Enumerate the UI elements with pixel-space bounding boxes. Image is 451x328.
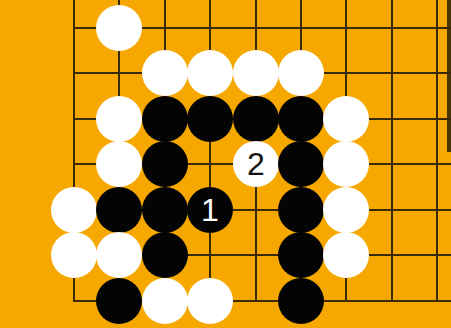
intersection-c2-r7[interactable] bbox=[96, 278, 142, 324]
intersection-c5-r5[interactable] bbox=[233, 187, 279, 233]
intersection-c8-r3[interactable] bbox=[369, 96, 415, 142]
intersection-c8-r5[interactable] bbox=[369, 187, 415, 233]
intersection-c3-r2[interactable] bbox=[142, 50, 188, 96]
black-stone bbox=[278, 232, 324, 278]
move-number-label: 2 bbox=[247, 148, 265, 180]
white-stone bbox=[323, 187, 369, 233]
black-stone bbox=[278, 278, 324, 324]
intersection-c5-r6[interactable] bbox=[233, 232, 279, 278]
intersection-c7-r1[interactable] bbox=[323, 5, 369, 51]
intersection-c8-r7[interactable] bbox=[369, 278, 415, 324]
intersection-c6-r5[interactable] bbox=[278, 187, 324, 233]
intersection-c9-r3[interactable] bbox=[414, 96, 451, 142]
intersection-c3-r5[interactable] bbox=[142, 187, 188, 233]
intersection-c7-r4[interactable] bbox=[323, 141, 369, 187]
intersection-c3-r3[interactable] bbox=[142, 96, 188, 142]
black-stone bbox=[142, 96, 188, 142]
intersection-c7-r6[interactable] bbox=[323, 232, 369, 278]
intersection-c6-r6[interactable] bbox=[278, 232, 324, 278]
intersection-c5-r7[interactable] bbox=[233, 278, 279, 324]
black-stone bbox=[278, 187, 324, 233]
intersection-c1-r7[interactable] bbox=[51, 278, 97, 324]
black-stone: 1 bbox=[187, 187, 233, 233]
intersection-c7-r3[interactable] bbox=[323, 96, 369, 142]
intersection-c2-r1[interactable] bbox=[96, 5, 142, 51]
intersection-c1-r2[interactable] bbox=[51, 50, 97, 96]
intersection-c8-r6[interactable] bbox=[369, 232, 415, 278]
intersection-c9-r1[interactable] bbox=[414, 5, 451, 51]
intersection-c3-r1[interactable] bbox=[142, 5, 188, 51]
white-stone bbox=[96, 141, 142, 187]
intersection-c2-r3[interactable] bbox=[96, 96, 142, 142]
white-stone bbox=[278, 50, 324, 96]
intersection-c8-r1[interactable] bbox=[369, 5, 415, 51]
intersection-c9-r5[interactable] bbox=[414, 187, 451, 233]
white-stone bbox=[96, 96, 142, 142]
intersection-c1-r6[interactable] bbox=[51, 232, 97, 278]
intersection-c2-r6[interactable] bbox=[96, 232, 142, 278]
intersection-c3-r6[interactable] bbox=[142, 232, 188, 278]
intersection-c2-r4[interactable] bbox=[96, 141, 142, 187]
white-stone bbox=[96, 232, 142, 278]
intersection-c4-r5[interactable]: 1 bbox=[187, 187, 233, 233]
intersection-c3-r4[interactable] bbox=[142, 141, 188, 187]
intersection-c4-r4[interactable] bbox=[187, 141, 233, 187]
intersection-c9-r7[interactable] bbox=[414, 278, 451, 324]
intersection-c1-r1[interactable] bbox=[51, 5, 97, 51]
black-stone bbox=[278, 96, 324, 142]
intersection-c6-r3[interactable] bbox=[278, 96, 324, 142]
intersection-c6-r1[interactable] bbox=[278, 5, 324, 51]
intersection-c4-r1[interactable] bbox=[187, 5, 233, 51]
white-stone bbox=[233, 50, 279, 96]
intersection-c4-r2[interactable] bbox=[187, 50, 233, 96]
intersection-c1-r4[interactable] bbox=[51, 141, 97, 187]
intersection-c2-r5[interactable] bbox=[96, 187, 142, 233]
black-stone bbox=[142, 187, 188, 233]
intersection-c5-r1[interactable] bbox=[233, 5, 279, 51]
intersection-c3-r7[interactable] bbox=[142, 278, 188, 324]
intersection-c7-r2[interactable] bbox=[323, 50, 369, 96]
white-stone bbox=[187, 50, 233, 96]
intersection-c5-r3[interactable] bbox=[233, 96, 279, 142]
black-stone bbox=[142, 141, 188, 187]
black-stone bbox=[96, 278, 142, 324]
go-board: 21 bbox=[0, 0, 451, 328]
black-stone bbox=[96, 187, 142, 233]
intersection-c2-r2[interactable] bbox=[96, 50, 142, 96]
intersection-c9-r4[interactable] bbox=[414, 141, 451, 187]
white-stone bbox=[323, 141, 369, 187]
intersection-c4-r3[interactable] bbox=[187, 96, 233, 142]
intersection-c8-r2[interactable] bbox=[369, 50, 415, 96]
white-stone: 2 bbox=[233, 141, 279, 187]
white-stone bbox=[142, 278, 188, 324]
white-stone bbox=[51, 187, 97, 233]
intersection-c7-r5[interactable] bbox=[323, 187, 369, 233]
move-number-label: 1 bbox=[201, 194, 219, 226]
intersection-c6-r2[interactable] bbox=[278, 50, 324, 96]
intersection-c7-r7[interactable] bbox=[323, 278, 369, 324]
white-stone bbox=[96, 5, 142, 51]
black-stone bbox=[278, 141, 324, 187]
white-stone bbox=[323, 96, 369, 142]
intersection-c6-r7[interactable] bbox=[278, 278, 324, 324]
intersection-c1-r3[interactable] bbox=[51, 96, 97, 142]
white-stone bbox=[142, 50, 188, 96]
intersection-c9-r6[interactable] bbox=[414, 232, 451, 278]
intersection-c4-r6[interactable] bbox=[187, 232, 233, 278]
black-stone bbox=[187, 96, 233, 142]
intersection-c5-r2[interactable] bbox=[233, 50, 279, 96]
black-stone bbox=[142, 232, 188, 278]
intersection-c9-r2[interactable] bbox=[414, 50, 451, 96]
intersection-c4-r7[interactable] bbox=[187, 278, 233, 324]
white-stone bbox=[51, 232, 97, 278]
intersection-c1-r5[interactable] bbox=[51, 187, 97, 233]
intersection-c6-r4[interactable] bbox=[278, 141, 324, 187]
intersection-c5-r4[interactable]: 2 bbox=[233, 141, 279, 187]
black-stone bbox=[233, 96, 279, 142]
white-stone bbox=[187, 278, 233, 324]
intersection-c8-r4[interactable] bbox=[369, 141, 415, 187]
white-stone bbox=[323, 232, 369, 278]
